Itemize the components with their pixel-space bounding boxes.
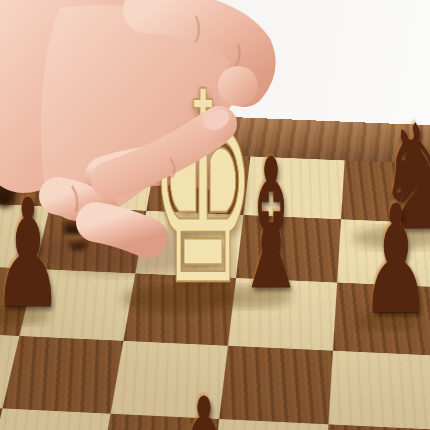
index-fingertip [218, 66, 258, 106]
hand-front-layer [0, 0, 430, 430]
photo-scene: ♟♝♞♟♟♚ [0, 0, 430, 430]
thumb [110, 128, 214, 180]
